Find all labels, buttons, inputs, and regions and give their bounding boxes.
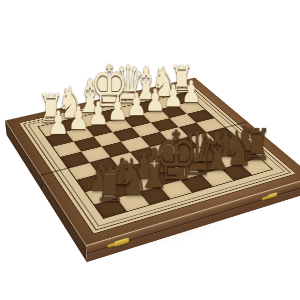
brass-clasp xyxy=(114,238,129,248)
black-rook-glyph: ♜ xyxy=(94,162,125,208)
brass-hinge xyxy=(267,192,277,199)
product-photo-scene: ♜♞♝♛♚♝♞♜♟♟♟♟♟♟♟♟♟♟♟♟♟♟♟♟♜♞♝♛♚♝♞♜ xyxy=(0,0,300,300)
